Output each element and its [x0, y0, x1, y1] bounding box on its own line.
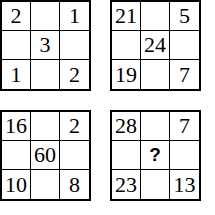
cell-r1c0	[2, 141, 31, 170]
board-top-right: 21 5 24 19 7	[110, 0, 201, 91]
cell-r1c0	[112, 141, 141, 170]
cell-r0c1	[141, 112, 170, 141]
cell-r1c0	[2, 31, 31, 60]
cell-r0c1	[141, 2, 170, 31]
cell-r2c2: 8	[60, 170, 89, 199]
cell-r2c0: 23	[112, 170, 141, 199]
cell-r2c0: 1	[2, 60, 31, 89]
cell-r1c0	[112, 31, 141, 60]
cell-r1c2	[170, 31, 199, 60]
cell-r1c1: 60	[31, 141, 60, 170]
cell-r1c1-unknown: ?	[141, 141, 170, 170]
cell-r2c1	[31, 60, 60, 89]
cell-r0c0: 16	[2, 112, 31, 141]
cell-r2c1	[31, 170, 60, 199]
cell-r1c2	[60, 31, 89, 60]
puzzle-boards: 2 1 3 1 2 21 5 24 19 7 16 2 60 10 8 28 7	[0, 0, 201, 201]
cell-r1c2	[60, 141, 89, 170]
cell-r0c1	[31, 2, 60, 31]
cell-r0c0: 21	[112, 2, 141, 31]
cell-r2c2: 2	[60, 60, 89, 89]
cell-r2c1	[141, 170, 170, 199]
cell-r0c2: 7	[170, 112, 199, 141]
cell-r2c2: 13	[170, 170, 199, 199]
cell-r2c1	[141, 60, 170, 89]
cell-r1c1: 3	[31, 31, 60, 60]
cell-r2c0: 19	[112, 60, 141, 89]
cell-r0c2: 1	[60, 2, 89, 31]
cell-r1c2	[170, 141, 199, 170]
cell-r0c0: 2	[2, 2, 31, 31]
cell-r0c2: 2	[60, 112, 89, 141]
cell-r0c2: 5	[170, 2, 199, 31]
cell-r0c0: 28	[112, 112, 141, 141]
cell-r1c1: 24	[141, 31, 170, 60]
board-top-left: 2 1 3 1 2	[0, 0, 91, 91]
cell-r2c2: 7	[170, 60, 199, 89]
cell-r0c1	[31, 112, 60, 141]
cell-r2c0: 10	[2, 170, 31, 199]
board-bottom-left: 16 2 60 10 8	[0, 110, 91, 201]
board-bottom-right: 28 7 ? 23 13	[110, 110, 201, 201]
